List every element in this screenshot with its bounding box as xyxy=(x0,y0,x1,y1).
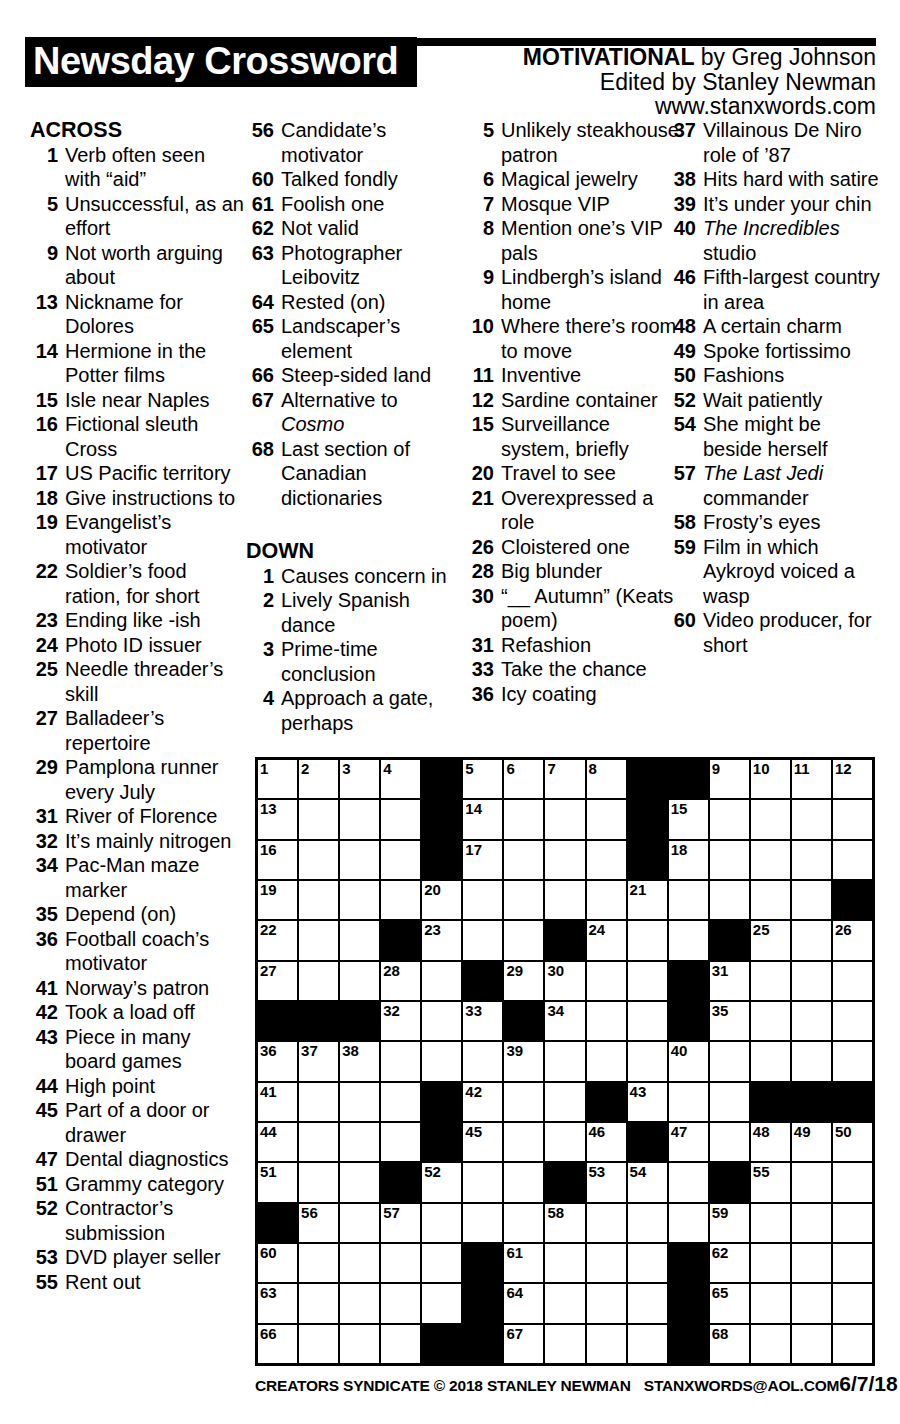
grid-cell-r5c15[interactable]: 26 xyxy=(833,921,872,959)
black-square xyxy=(833,1083,872,1121)
grid-cell-r5c3[interactable] xyxy=(340,921,379,959)
clue-number: 15 xyxy=(30,388,58,413)
grid-cell-r5c14[interactable] xyxy=(792,921,831,959)
grid-cell-r15c12[interactable]: 68 xyxy=(710,1325,749,1363)
grid-cell-r4c1[interactable]: 19 xyxy=(258,881,297,919)
grid-cell-r9c12[interactable] xyxy=(710,1083,749,1121)
clue-across-31: 31River of Florence xyxy=(30,804,245,829)
grid-cell-r3c14[interactable] xyxy=(792,841,831,879)
clue-across-9: 9Not worth arguing about xyxy=(30,241,245,290)
grid-cell-r13c14[interactable] xyxy=(792,1244,831,1282)
grid-cell-r3c2[interactable] xyxy=(299,841,338,879)
grid-cell-r8c12[interactable] xyxy=(710,1042,749,1080)
clue-across-66: 66Steep-sided land xyxy=(246,363,465,388)
black-square xyxy=(669,1325,708,1363)
grid-cell-r9c3[interactable] xyxy=(340,1083,379,1121)
grid-cell-r8c6[interactable] xyxy=(463,1042,502,1080)
grid-cell-r11c10[interactable]: 54 xyxy=(628,1163,667,1201)
cell-number: 50 xyxy=(835,1123,852,1140)
clue-number: 49 xyxy=(668,339,696,364)
grid-cell-r1c12[interactable]: 9 xyxy=(710,760,749,798)
clue-number: 35 xyxy=(30,902,58,927)
clue-text: A certain charm xyxy=(703,314,842,339)
grid-cell-r8c1[interactable]: 36 xyxy=(258,1042,297,1080)
clue-text: Photographer Leibovitz xyxy=(281,241,465,290)
grid-cell-r12c14[interactable] xyxy=(792,1204,831,1242)
grid-cell-r2c13[interactable] xyxy=(751,800,790,838)
clue-number: 61 xyxy=(246,192,274,217)
grid-cell-r13c12[interactable]: 62 xyxy=(710,1244,749,1282)
clue-text: Contractor’s submission xyxy=(65,1196,245,1245)
grid-cell-r15c7[interactable]: 67 xyxy=(504,1325,543,1363)
grid-cell-r11c3[interactable] xyxy=(340,1163,379,1201)
grid-cell-r8c15[interactable] xyxy=(833,1042,872,1080)
clue-number: 46 xyxy=(668,265,696,314)
grid-cell-r4c3[interactable] xyxy=(340,881,379,919)
grid-cell-r1c7[interactable]: 6 xyxy=(504,760,543,798)
clue-text: Foolish one xyxy=(281,192,384,217)
cell-number: 58 xyxy=(547,1204,564,1221)
clue-number: 18 xyxy=(30,486,58,511)
grid-cell-r12c13[interactable] xyxy=(751,1204,790,1242)
grid-cell-r10c2[interactable] xyxy=(299,1123,338,1161)
clue-down-20: 20Travel to see xyxy=(466,461,681,486)
grid-cell-r5c9[interactable]: 24 xyxy=(587,921,626,959)
cell-number: 62 xyxy=(712,1244,729,1261)
clue-text: Nickname for Dolores xyxy=(65,290,245,339)
grid-cell-r12c3[interactable] xyxy=(340,1204,379,1242)
grid-cell-r12c5[interactable] xyxy=(422,1204,461,1242)
grid-cell-r14c10[interactable] xyxy=(628,1284,667,1322)
grid-cell-r6c4[interactable]: 28 xyxy=(381,962,420,1000)
grid-cell-r4c9[interactable] xyxy=(587,881,626,919)
grid-cell-r8c11[interactable]: 40 xyxy=(669,1042,708,1080)
grid-cell-r3c12[interactable] xyxy=(710,841,749,879)
cell-number: 9 xyxy=(712,760,720,777)
grid-cell-r4c5[interactable]: 20 xyxy=(422,881,461,919)
grid-cell-r5c5[interactable]: 23 xyxy=(422,921,461,959)
clue-number: 13 xyxy=(30,290,58,339)
grid-cell-r15c15[interactable] xyxy=(833,1325,872,1363)
cell-number: 25 xyxy=(753,921,770,938)
cell-number: 66 xyxy=(260,1325,277,1342)
clue-text: Give instructions to xyxy=(65,486,235,511)
grid-cell-r11c5[interactable]: 52 xyxy=(422,1163,461,1201)
grid-cell-r7c5[interactable] xyxy=(422,1002,461,1040)
cell-number: 65 xyxy=(712,1284,729,1301)
grid-cell-r12c8[interactable]: 58 xyxy=(545,1204,584,1242)
clue-down-33: 33Take the chance xyxy=(466,657,681,682)
black-square xyxy=(299,1002,338,1040)
clue-across-44: 44High point xyxy=(30,1074,245,1099)
grid-cell-r3c8[interactable] xyxy=(545,841,584,879)
grid-cell-r2c2[interactable] xyxy=(299,800,338,838)
grid-cell-r7c8[interactable]: 34 xyxy=(545,1002,584,1040)
cell-number: 53 xyxy=(589,1163,606,1180)
grid-cell-r15c9[interactable] xyxy=(587,1325,626,1363)
clue-number: 37 xyxy=(668,118,696,167)
black-square xyxy=(545,1163,584,1201)
cell-number: 5 xyxy=(465,760,473,777)
clue-text: Soldier’s food ration, for short xyxy=(65,559,245,608)
cell-number: 19 xyxy=(260,881,277,898)
grid-cell-r2c14[interactable] xyxy=(792,800,831,838)
grid-cell-r1c2[interactable]: 2 xyxy=(299,760,338,798)
grid-cell-r8c7[interactable]: 39 xyxy=(504,1042,543,1080)
clue-number: 5 xyxy=(30,192,58,241)
clue-text: Landscaper’s element xyxy=(281,314,465,363)
grid-cell-r6c8[interactable]: 30 xyxy=(545,962,584,1000)
grid-cell-r8c2[interactable]: 37 xyxy=(299,1042,338,1080)
grid-cell-r10c12[interactable] xyxy=(710,1123,749,1161)
grid-cell-r9c8[interactable] xyxy=(545,1083,584,1121)
grid-cell-r14c1[interactable]: 63 xyxy=(258,1284,297,1322)
grid-cell-r3c11[interactable]: 18 xyxy=(669,841,708,879)
clue-across-60: 60Talked fondly xyxy=(246,167,465,192)
grid-cell-r4c7[interactable] xyxy=(504,881,543,919)
grid-cell-r11c2[interactable] xyxy=(299,1163,338,1201)
grid-cell-r3c1[interactable]: 16 xyxy=(258,841,297,879)
grid-cell-r13c1[interactable]: 60 xyxy=(258,1244,297,1282)
cell-number: 64 xyxy=(506,1284,523,1301)
footer-date: 6/7/18 xyxy=(839,1372,897,1396)
grid-cell-r4c8[interactable] xyxy=(545,881,584,919)
grid-cell-r14c12[interactable]: 65 xyxy=(710,1284,749,1322)
grid-cell-r9c7[interactable] xyxy=(504,1083,543,1121)
grid-cell-r8c4[interactable] xyxy=(381,1042,420,1080)
grid-cell-r13c15[interactable] xyxy=(833,1244,872,1282)
cell-number: 63 xyxy=(260,1284,277,1301)
grid-cell-r4c14[interactable] xyxy=(792,881,831,919)
grid-cell-r5c13[interactable]: 25 xyxy=(751,921,790,959)
grid-cell-r14c3[interactable] xyxy=(340,1284,379,1322)
grid-cell-r6c1[interactable]: 27 xyxy=(258,962,297,1000)
grid-cell-r3c15[interactable] xyxy=(833,841,872,879)
clue-text: Fashions xyxy=(703,363,784,388)
grid-cell-r4c13[interactable] xyxy=(751,881,790,919)
grid-cell-r9c4[interactable] xyxy=(381,1083,420,1121)
grid-cell-r14c4[interactable] xyxy=(381,1284,420,1322)
black-square xyxy=(628,1123,667,1161)
clue-text: Big blunder xyxy=(501,559,602,584)
grid-cell-r12c4[interactable]: 57 xyxy=(381,1204,420,1242)
grid-cell-r14c13[interactable] xyxy=(751,1284,790,1322)
grid-cell-r8c3[interactable]: 38 xyxy=(340,1042,379,1080)
clue-across-34: 34Pac-Man maze marker xyxy=(30,853,245,902)
grid-cell-r9c6[interactable]: 42 xyxy=(463,1083,502,1121)
grid-cell-r4c11[interactable] xyxy=(669,881,708,919)
grid-cell-r6c3[interactable] xyxy=(340,962,379,1000)
clue-text: Not valid xyxy=(281,216,359,241)
grid-cell-r2c7[interactable] xyxy=(504,800,543,838)
grid-cell-r2c15[interactable] xyxy=(833,800,872,838)
grid-cell-r7c14[interactable] xyxy=(792,1002,831,1040)
grid-cell-r2c9[interactable] xyxy=(587,800,626,838)
grid-cell-r6c12[interactable]: 31 xyxy=(710,962,749,1000)
cell-number: 11 xyxy=(794,760,810,777)
grid-cell-r3c3[interactable] xyxy=(340,841,379,879)
clue-number: 31 xyxy=(466,633,494,658)
grid-cell-r8c10[interactable] xyxy=(628,1042,667,1080)
grid-cell-r3c13[interactable] xyxy=(751,841,790,879)
grid-cell-r7c12[interactable]: 35 xyxy=(710,1002,749,1040)
grid-cell-r10c11[interactable]: 47 xyxy=(669,1123,708,1161)
grid-cell-r14c8[interactable] xyxy=(545,1284,584,1322)
grid-cell-r5c10[interactable] xyxy=(628,921,667,959)
grid-cell-r4c2[interactable] xyxy=(299,881,338,919)
clue-number: 38 xyxy=(668,167,696,192)
black-square xyxy=(422,841,461,879)
clue-number: 63 xyxy=(246,241,274,290)
clue-across-63: 63Photographer Leibovitz xyxy=(246,241,465,290)
clue-number: 10 xyxy=(466,314,494,363)
cell-number: 15 xyxy=(671,800,688,817)
cell-number: 46 xyxy=(589,1123,606,1140)
grid-cell-r12c9[interactable] xyxy=(587,1204,626,1242)
grid-cell-r6c5[interactable] xyxy=(422,962,461,1000)
grid-cell-r2c1[interactable]: 13 xyxy=(258,800,297,838)
clue-text: Rent out xyxy=(65,1270,141,1295)
grid-cell-r10c14[interactable]: 49 xyxy=(792,1123,831,1161)
grid-cell-r15c14[interactable] xyxy=(792,1325,831,1363)
grid-cell-r9c10[interactable]: 43 xyxy=(628,1083,667,1121)
clue-down-49: 49Spoke fortissimo xyxy=(668,339,884,364)
black-square xyxy=(669,1002,708,1040)
grid-cell-r1c6[interactable]: 5 xyxy=(463,760,502,798)
clue-across-68: 68Last section of Canadian dictionaries xyxy=(246,437,465,511)
grid-cell-r12c7[interactable] xyxy=(504,1204,543,1242)
clue-across-52: 52Contractor’s submission xyxy=(30,1196,245,1245)
grid-cell-r8c14[interactable] xyxy=(792,1042,831,1080)
clue-down-21: 21Overexpressed a role xyxy=(466,486,681,535)
grid-cell-r1c4[interactable]: 4 xyxy=(381,760,420,798)
grid-cell-r9c1[interactable]: 41 xyxy=(258,1083,297,1121)
clue-text: River of Florence xyxy=(65,804,217,829)
grid-cell-r13c7[interactable]: 61 xyxy=(504,1244,543,1282)
clue-number: 64 xyxy=(246,290,274,315)
grid-cell-r11c9[interactable]: 53 xyxy=(587,1163,626,1201)
puzzle-title: MOTIVATIONAL xyxy=(523,44,695,70)
grid-cell-r3c4[interactable] xyxy=(381,841,420,879)
grid-cell-r15c8[interactable] xyxy=(545,1325,584,1363)
grid-cell-r8c13[interactable] xyxy=(751,1042,790,1080)
grid-cell-r10c9[interactable]: 46 xyxy=(587,1123,626,1161)
clue-text: Verb often seen with “aid” xyxy=(65,143,245,192)
clue-text: Pamplona runner every July xyxy=(65,755,245,804)
grid-cell-r11c1[interactable]: 51 xyxy=(258,1163,297,1201)
grid-cell-r1c14[interactable]: 11 xyxy=(792,760,831,798)
clue-text: Mention one’s VIP pals xyxy=(501,216,681,265)
grid-cell-r4c10[interactable]: 21 xyxy=(628,881,667,919)
grid-cell-r11c7[interactable] xyxy=(504,1163,543,1201)
clue-across-32: 32It’s mainly nitrogen xyxy=(30,829,245,854)
grid-cell-r6c15[interactable] xyxy=(833,962,872,1000)
grid-cell-r14c15[interactable] xyxy=(833,1284,872,1322)
grid-cell-r10c8[interactable] xyxy=(545,1123,584,1161)
grid-cell-r4c6[interactable] xyxy=(463,881,502,919)
grid-cell-r5c11[interactable] xyxy=(669,921,708,959)
grid-cell-r13c9[interactable] xyxy=(587,1244,626,1282)
grid-cell-r5c1[interactable]: 22 xyxy=(258,921,297,959)
cell-number: 29 xyxy=(506,962,523,979)
grid-cell-r10c3[interactable] xyxy=(340,1123,379,1161)
grid-cell-r12c12[interactable]: 59 xyxy=(710,1204,749,1242)
grid-cell-r2c6[interactable]: 14 xyxy=(463,800,502,838)
grid-cell-r6c14[interactable] xyxy=(792,962,831,1000)
cell-number: 21 xyxy=(630,881,647,898)
grid-cell-r1c9[interactable]: 8 xyxy=(587,760,626,798)
grid-cell-r5c7[interactable] xyxy=(504,921,543,959)
cell-number: 27 xyxy=(260,962,277,979)
grid-cell-r6c13[interactable] xyxy=(751,962,790,1000)
grid-cell-r13c2[interactable] xyxy=(299,1244,338,1282)
grid-cell-r7c6[interactable]: 33 xyxy=(463,1002,502,1040)
grid-cell-r14c5[interactable] xyxy=(422,1284,461,1322)
grid-cell-r8c8[interactable] xyxy=(545,1042,584,1080)
grid-cell-r2c12[interactable] xyxy=(710,800,749,838)
grid-cell-r5c6[interactable] xyxy=(463,921,502,959)
grid-cell-r12c10[interactable] xyxy=(628,1204,667,1242)
grid-cell-r11c6[interactable] xyxy=(463,1163,502,1201)
grid-cell-r15c10[interactable] xyxy=(628,1325,667,1363)
grid-cell-r2c3[interactable] xyxy=(340,800,379,838)
clue-text: Overexpressed a role xyxy=(501,486,681,535)
clue-number: 33 xyxy=(466,657,494,682)
grid-cell-r4c4[interactable] xyxy=(381,881,420,919)
clue-text: Pac-Man maze marker xyxy=(65,853,245,902)
grid-cell-r13c10[interactable] xyxy=(628,1244,667,1282)
grid-cell-r8c5[interactable] xyxy=(422,1042,461,1080)
black-square xyxy=(422,1325,461,1363)
grid-cell-r6c2[interactable] xyxy=(299,962,338,1000)
grid-cell-r15c1[interactable]: 66 xyxy=(258,1325,297,1363)
black-square xyxy=(587,1083,626,1121)
clue-number: 29 xyxy=(30,755,58,804)
grid-cell-r3c6[interactable]: 17 xyxy=(463,841,502,879)
grid-cell-r7c10[interactable] xyxy=(628,1002,667,1040)
clue-number: 30 xyxy=(466,584,494,633)
grid-cell-r10c7[interactable] xyxy=(504,1123,543,1161)
grid-cell-r1c13[interactable]: 10 xyxy=(751,760,790,798)
grid-cell-r14c7[interactable]: 64 xyxy=(504,1284,543,1322)
cell-number: 6 xyxy=(506,760,514,777)
grid-cell-r15c3[interactable] xyxy=(340,1325,379,1363)
grid-cell-r3c7[interactable] xyxy=(504,841,543,879)
cell-number: 16 xyxy=(260,841,277,858)
clue-number: 62 xyxy=(246,216,274,241)
grid-cell-r4c12[interactable] xyxy=(710,881,749,919)
grid-cell-r12c6[interactable] xyxy=(463,1204,502,1242)
clue-across-35: 35Depend (on) xyxy=(30,902,245,927)
clue-text: Photo ID issuer xyxy=(65,633,202,658)
clue-text: Grammy category xyxy=(65,1172,224,1197)
grid-cell-r12c15[interactable] xyxy=(833,1204,872,1242)
clue-text: Sardine container xyxy=(501,388,658,413)
grid-cell-r15c4[interactable] xyxy=(381,1325,420,1363)
grid-cell-r9c11[interactable] xyxy=(669,1083,708,1121)
grid-cell-r13c8[interactable] xyxy=(545,1244,584,1282)
grid-cell-r7c4[interactable]: 32 xyxy=(381,1002,420,1040)
grid-cell-r8c9[interactable] xyxy=(587,1042,626,1080)
cell-number: 14 xyxy=(465,800,482,817)
grid-cell-r12c11[interactable] xyxy=(669,1204,708,1242)
grid-cell-r10c1[interactable]: 44 xyxy=(258,1123,297,1161)
clue-text: Depend (on) xyxy=(65,902,176,927)
clue-number: 47 xyxy=(30,1147,58,1172)
clue-text: Football coach’s motivator xyxy=(65,927,245,976)
cell-number: 52 xyxy=(424,1163,441,1180)
grid-cell-r13c4[interactable] xyxy=(381,1244,420,1282)
grid-cell-r10c13[interactable]: 48 xyxy=(751,1123,790,1161)
grid-cell-r6c10[interactable] xyxy=(628,962,667,1000)
grid-cell-r6c7[interactable]: 29 xyxy=(504,962,543,1000)
cell-number: 20 xyxy=(424,881,441,898)
grid-cell-r13c3[interactable] xyxy=(340,1244,379,1282)
grid-cell-r11c11[interactable] xyxy=(669,1163,708,1201)
grid-cell-r10c6[interactable]: 45 xyxy=(463,1123,502,1161)
clue-across-65: 65Landscaper’s element xyxy=(246,314,465,363)
grid-cell-r7c15[interactable] xyxy=(833,1002,872,1040)
clue-number: 5 xyxy=(466,118,494,167)
grid-cell-r13c5[interactable] xyxy=(422,1244,461,1282)
grid-cell-r14c2[interactable] xyxy=(299,1284,338,1322)
grid-cell-r7c13[interactable] xyxy=(751,1002,790,1040)
grid-cell-r10c15[interactable]: 50 xyxy=(833,1123,872,1161)
grid-cell-r2c8[interactable] xyxy=(545,800,584,838)
grid-cell-r11c13[interactable]: 55 xyxy=(751,1163,790,1201)
clue-across-53: 53DVD player seller xyxy=(30,1245,245,1270)
grid-cell-r5c2[interactable] xyxy=(299,921,338,959)
grid-cell-r7c9[interactable] xyxy=(587,1002,626,1040)
clue-text: US Pacific territory xyxy=(65,461,231,486)
black-square xyxy=(463,1244,502,1282)
grid-cell-r15c2[interactable] xyxy=(299,1325,338,1363)
grid-cell-r2c4[interactable] xyxy=(381,800,420,838)
grid-cell-r1c15[interactable]: 12 xyxy=(833,760,872,798)
grid-cell-r10c4[interactable] xyxy=(381,1123,420,1161)
grid-cell-r1c3[interactable]: 3 xyxy=(340,760,379,798)
grid-cell-r1c1[interactable]: 1 xyxy=(258,760,297,798)
grid-cell-r11c15[interactable] xyxy=(833,1163,872,1201)
grid-cell-r14c9[interactable] xyxy=(587,1284,626,1322)
black-square xyxy=(258,1002,297,1040)
clue-list-heading-across: ACROSS xyxy=(30,118,245,143)
clue-text: Where there’s room to move xyxy=(501,314,681,363)
grid-cell-r3c9[interactable] xyxy=(587,841,626,879)
clue-number: 48 xyxy=(668,314,696,339)
clue-text: Unsuccessful, as an effort xyxy=(65,192,245,241)
grid-cell-r15c13[interactable] xyxy=(751,1325,790,1363)
black-square xyxy=(340,1002,379,1040)
grid-cell-r2c11[interactable]: 15 xyxy=(669,800,708,838)
clue-number: 50 xyxy=(668,363,696,388)
clue-text: Unlikely steakhouse patron xyxy=(501,118,681,167)
clue-number: 68 xyxy=(246,437,274,511)
puzzle-header: MOTIVATIONAL by Greg Johnson Edited by S… xyxy=(400,45,876,119)
grid-cell-r9c2[interactable] xyxy=(299,1083,338,1121)
grid-cell-r13c13[interactable] xyxy=(751,1244,790,1282)
clue-across-5: 5Unsuccessful, as an effort xyxy=(30,192,245,241)
clue-down-54: 54She might be beside herself xyxy=(668,412,884,461)
grid-cell-r11c14[interactable] xyxy=(792,1163,831,1201)
clue-number: 27 xyxy=(30,706,58,755)
grid-cell-r14c14[interactable] xyxy=(792,1284,831,1322)
grid-cell-r6c9[interactable] xyxy=(587,962,626,1000)
cell-number: 44 xyxy=(260,1123,277,1140)
clue-number: 32 xyxy=(30,829,58,854)
grid-cell-r12c2[interactable]: 56 xyxy=(299,1204,338,1242)
grid-cell-r1c8[interactable]: 7 xyxy=(545,760,584,798)
